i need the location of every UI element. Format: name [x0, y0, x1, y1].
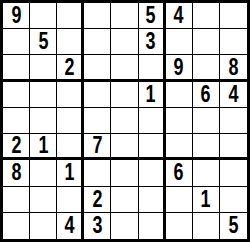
cell-r6c6[interactable] — [139, 134, 166, 160]
cell-r3c5[interactable] — [111, 55, 138, 81]
cell-r3c1[interactable] — [3, 55, 30, 81]
cell-r1c3[interactable] — [57, 3, 84, 29]
cell-r4c5[interactable] — [111, 82, 138, 108]
cell-r2c8[interactable] — [193, 29, 220, 55]
cell-r7c8[interactable] — [193, 160, 220, 186]
cell-r1c4[interactable] — [84, 3, 111, 29]
cell-r1c9[interactable] — [220, 3, 247, 29]
cell-r4c4[interactable] — [84, 82, 111, 108]
cell-r5c2[interactable] — [30, 108, 57, 134]
given-digit: 6 — [201, 83, 211, 106]
cell-r6c5[interactable] — [111, 134, 138, 160]
cell-r4c6[interactable]: 1 — [139, 82, 166, 108]
cell-r3c2[interactable] — [30, 55, 57, 81]
given-digit: 7 — [92, 134, 102, 157]
cell-r8c4[interactable]: 2 — [84, 187, 111, 213]
cell-r4c2[interactable] — [30, 82, 57, 108]
cell-r9c5[interactable] — [111, 213, 138, 239]
cell-r8c9[interactable] — [220, 187, 247, 213]
given-digit: 2 — [11, 134, 21, 157]
given-digit: 8 — [11, 161, 21, 184]
cell-r5c4[interactable] — [84, 108, 111, 134]
cell-r8c3[interactable] — [57, 187, 84, 213]
given-digit: 2 — [64, 56, 74, 79]
cell-r5c6[interactable] — [139, 108, 166, 134]
cell-r4c9[interactable]: 4 — [220, 82, 247, 108]
cell-r5c7[interactable] — [166, 108, 193, 134]
cell-r9c3[interactable]: 4 — [57, 213, 84, 239]
cell-r2c5[interactable] — [111, 29, 138, 55]
given-digit: 3 — [146, 30, 156, 53]
given-digit: 4 — [174, 4, 184, 27]
given-digit: 1 — [64, 161, 74, 184]
given-digit: 9 — [11, 4, 21, 27]
cell-r7c4[interactable] — [84, 160, 111, 186]
given-digit: 5 — [38, 30, 48, 53]
given-digit: 9 — [174, 56, 184, 79]
cell-r6c8[interactable] — [193, 134, 220, 160]
cell-r1c7[interactable]: 4 — [166, 3, 193, 29]
cell-r2c2[interactable]: 5 — [30, 29, 57, 55]
cell-r6c3[interactable] — [57, 134, 84, 160]
cell-r7c6[interactable] — [139, 160, 166, 186]
cell-r8c6[interactable] — [139, 187, 166, 213]
cell-r9c6[interactable] — [139, 213, 166, 239]
cell-r9c8[interactable] — [193, 213, 220, 239]
cell-r2c1[interactable] — [3, 29, 30, 55]
cell-r8c1[interactable] — [3, 187, 30, 213]
cell-r4c3[interactable] — [57, 82, 84, 108]
given-digit: 4 — [64, 214, 74, 237]
cell-r9c2[interactable] — [30, 213, 57, 239]
cell-r9c9[interactable]: 5 — [220, 213, 247, 239]
cell-r8c7[interactable] — [166, 187, 193, 213]
cell-r4c1[interactable] — [3, 82, 30, 108]
cell-r5c9[interactable] — [220, 108, 247, 134]
cell-r1c8[interactable] — [193, 3, 220, 29]
cell-r1c2[interactable] — [30, 3, 57, 29]
given-digit: 5 — [146, 4, 156, 27]
cell-r3c6[interactable] — [139, 55, 166, 81]
cell-r8c5[interactable] — [111, 187, 138, 213]
cell-r1c1[interactable]: 9 — [3, 3, 30, 29]
sudoku-board: 9545329816421781621435 — [0, 0, 250, 242]
cell-r7c5[interactable] — [111, 160, 138, 186]
cell-r3c3[interactable]: 2 — [57, 55, 84, 81]
cell-r7c2[interactable] — [30, 160, 57, 186]
cell-r6c4[interactable]: 7 — [84, 134, 111, 160]
cell-r1c6[interactable]: 5 — [139, 3, 166, 29]
cell-r2c7[interactable] — [166, 29, 193, 55]
cell-r5c1[interactable] — [3, 108, 30, 134]
given-digit: 8 — [228, 56, 238, 79]
cell-r5c5[interactable] — [111, 108, 138, 134]
cell-r8c8[interactable]: 1 — [193, 187, 220, 213]
cell-r5c8[interactable] — [193, 108, 220, 134]
cell-r3c8[interactable] — [193, 55, 220, 81]
cell-r2c6[interactable]: 3 — [139, 29, 166, 55]
cell-r7c9[interactable] — [220, 160, 247, 186]
cell-r6c9[interactable] — [220, 134, 247, 160]
given-digit: 1 — [38, 134, 48, 157]
cell-r3c7[interactable]: 9 — [166, 55, 193, 81]
given-digit: 6 — [174, 161, 184, 184]
cell-r9c4[interactable]: 3 — [84, 213, 111, 239]
cell-r1c5[interactable] — [111, 3, 138, 29]
cell-r6c2[interactable]: 1 — [30, 134, 57, 160]
given-digit: 1 — [146, 83, 156, 106]
cell-r7c7[interactable]: 6 — [166, 160, 193, 186]
cell-r5c3[interactable] — [57, 108, 84, 134]
cell-r6c7[interactable] — [166, 134, 193, 160]
cell-r4c8[interactable]: 6 — [193, 82, 220, 108]
cell-r4c7[interactable] — [166, 82, 193, 108]
cell-r9c7[interactable] — [166, 213, 193, 239]
given-digit: 1 — [201, 188, 211, 211]
given-digit: 2 — [92, 188, 102, 211]
cell-r9c1[interactable] — [3, 213, 30, 239]
cell-r3c4[interactable] — [84, 55, 111, 81]
cell-r6c1[interactable]: 2 — [3, 134, 30, 160]
given-digit: 5 — [228, 214, 238, 237]
cell-r2c9[interactable] — [220, 29, 247, 55]
given-digit: 3 — [92, 214, 102, 237]
given-digit: 4 — [228, 83, 238, 106]
cell-r2c4[interactable] — [84, 29, 111, 55]
cell-r3c9[interactable]: 8 — [220, 55, 247, 81]
cell-r2c3[interactable] — [57, 29, 84, 55]
cell-r7c3[interactable]: 1 — [57, 160, 84, 186]
cell-r7c1[interactable]: 8 — [3, 160, 30, 186]
cell-r8c2[interactable] — [30, 187, 57, 213]
